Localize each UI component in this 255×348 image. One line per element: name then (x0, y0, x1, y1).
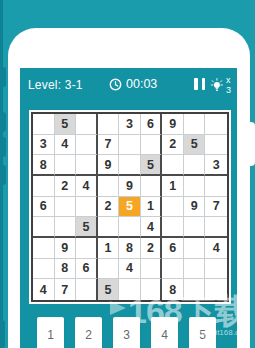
sudoku-cell[interactable]: 1 (162, 176, 184, 197)
sudoku-cell[interactable]: 6 (76, 259, 98, 280)
sudoku-cell[interactable]: 5 (55, 114, 77, 135)
sudoku-cell[interactable] (98, 176, 120, 197)
sudoku-cell[interactable]: 1 (141, 197, 163, 218)
sudoku-cell[interactable] (76, 197, 98, 218)
sudoku-cell[interactable] (55, 197, 77, 218)
hint-button[interactable]: x 3 (210, 75, 237, 95)
pause-icon (194, 78, 198, 90)
level-label: Level: 3-1 (28, 78, 83, 92)
sudoku-cell[interactable]: 5 (119, 197, 141, 218)
sudoku-cell[interactable]: 5 (141, 155, 163, 176)
sudoku-cell[interactable] (162, 197, 184, 218)
sudoku-cell[interactable]: 9 (162, 114, 184, 135)
sudoku-board: 53693472589532491625197549182648644758 (29, 110, 231, 304)
sudoku-cell[interactable] (76, 238, 98, 259)
sudoku-cell[interactable]: 2 (141, 238, 163, 259)
sudoku-cell[interactable]: 9 (119, 176, 141, 197)
sudoku-cell[interactable] (33, 114, 55, 135)
sudoku-cell[interactable] (184, 217, 206, 238)
sudoku-cell[interactable]: 4 (141, 217, 163, 238)
sudoku-cell[interactable] (33, 176, 55, 197)
timer-value: 00:03 (126, 77, 157, 91)
sudoku-cell[interactable] (162, 217, 184, 238)
sudoku-cell[interactable] (55, 155, 77, 176)
sudoku-cell[interactable]: 4 (119, 259, 141, 280)
watermark-triangle-icon (110, 301, 126, 315)
sudoku-cell[interactable] (33, 217, 55, 238)
sudoku-cell[interactable] (184, 238, 206, 259)
sudoku-cell[interactable] (76, 114, 98, 135)
sudoku-cell[interactable] (205, 135, 227, 156)
phone-side-button (0, 137, 6, 157)
sudoku-cell[interactable]: 8 (33, 155, 55, 176)
sudoku-cell[interactable]: 3 (205, 155, 227, 176)
sudoku-cell[interactable]: 6 (162, 238, 184, 259)
phone-side-button (0, 320, 5, 348)
sudoku-cell[interactable] (55, 217, 77, 238)
sudoku-cell[interactable] (205, 114, 227, 135)
sudoku-cell[interactable] (76, 135, 98, 156)
sudoku-cell[interactable] (119, 155, 141, 176)
lightbulb-icon (210, 77, 224, 93)
sudoku-cell[interactable] (205, 176, 227, 197)
sudoku-cell[interactable]: 7 (55, 279, 77, 300)
sudoku-cell[interactable] (141, 135, 163, 156)
watermark-subtitle: down.it168.com (194, 328, 250, 337)
sudoku-cell[interactable]: 3 (33, 135, 55, 156)
sudoku-cell[interactable] (119, 135, 141, 156)
sudoku-cell[interactable]: 8 (119, 238, 141, 259)
clock-icon (109, 78, 122, 91)
sudoku-cell[interactable] (98, 259, 120, 280)
sudoku-cell[interactable]: 4 (205, 238, 227, 259)
sudoku-cell[interactable]: 5 (184, 135, 206, 156)
sudoku-cell[interactable]: 9 (55, 238, 77, 259)
sudoku-cell[interactable] (141, 176, 163, 197)
sudoku-cell[interactable] (76, 155, 98, 176)
pause-button[interactable] (194, 78, 205, 90)
sudoku-cell[interactable]: 6 (141, 114, 163, 135)
sudoku-cell[interactable]: 5 (98, 279, 120, 300)
sudoku-cell[interactable] (205, 259, 227, 280)
phone-power-button (246, 122, 255, 166)
sudoku-cell[interactable]: 4 (55, 135, 77, 156)
sudoku-cell[interactable] (184, 114, 206, 135)
phone-side-button (0, 67, 6, 87)
number-button-2[interactable]: 2 (75, 317, 102, 348)
sudoku-cell[interactable] (141, 259, 163, 280)
sudoku-cell[interactable]: 2 (162, 135, 184, 156)
sudoku-cell[interactable]: 6 (33, 197, 55, 218)
phone-side-button (0, 112, 6, 132)
sudoku-cell[interactable] (184, 155, 206, 176)
sudoku-cell[interactable]: 3 (119, 114, 141, 135)
sudoku-cell[interactable]: 7 (98, 135, 120, 156)
sudoku-cell[interactable]: 9 (98, 155, 120, 176)
sudoku-cell[interactable] (184, 259, 206, 280)
sudoku-cell[interactable] (119, 217, 141, 238)
sudoku-grid: 53693472589532491625197549182648644758 (31, 112, 229, 302)
sudoku-cell[interactable] (162, 259, 184, 280)
sudoku-cell[interactable]: 2 (55, 176, 77, 197)
watermark-title: 168下载 (128, 294, 248, 328)
sudoku-cell[interactable]: 1 (98, 238, 120, 259)
sudoku-cell[interactable]: 7 (205, 197, 227, 218)
sudoku-cell[interactable] (98, 114, 120, 135)
sudoku-cell[interactable]: 2 (98, 197, 120, 218)
sudoku-cell[interactable] (205, 217, 227, 238)
phone-side-button (0, 165, 6, 185)
sudoku-cell[interactable] (33, 259, 55, 280)
sudoku-cell[interactable]: 4 (33, 279, 55, 300)
sudoku-cell[interactable]: 9 (184, 197, 206, 218)
sudoku-cell[interactable] (33, 238, 55, 259)
sudoku-cell[interactable] (184, 176, 206, 197)
timer: 00:03 (109, 77, 157, 91)
sudoku-cell[interactable]: 5 (76, 217, 98, 238)
hint-count-label: x 3 (226, 75, 237, 95)
sudoku-cell[interactable]: 8 (55, 259, 77, 280)
sudoku-cell[interactable] (76, 279, 98, 300)
sudoku-cell[interactable]: 4 (76, 176, 98, 197)
pause-icon (202, 78, 206, 90)
sudoku-cell[interactable] (98, 217, 120, 238)
number-button-1[interactable]: 1 (37, 317, 64, 348)
sudoku-cell[interactable] (162, 155, 184, 176)
